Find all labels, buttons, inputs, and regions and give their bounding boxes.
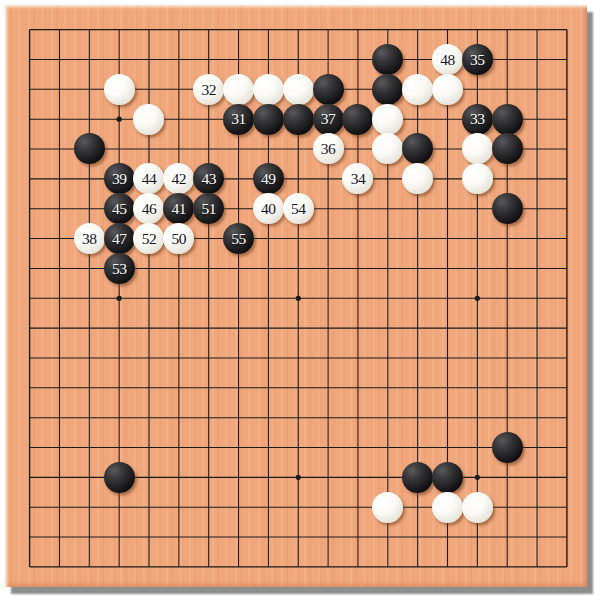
intersection[interactable]: 44 (134, 164, 164, 194)
intersection[interactable] (492, 104, 522, 134)
intersection[interactable] (492, 194, 522, 224)
intersection[interactable] (403, 373, 433, 403)
intersection[interactable] (224, 343, 254, 373)
intersection[interactable] (343, 134, 373, 164)
intersection[interactable] (313, 194, 343, 224)
intersection[interactable] (104, 45, 134, 75)
intersection[interactable] (552, 432, 582, 462)
intersection[interactable] (373, 522, 403, 552)
intersection[interactable] (343, 15, 373, 45)
intersection[interactable] (462, 15, 492, 45)
intersection[interactable] (552, 253, 582, 283)
intersection[interactable] (15, 283, 45, 313)
intersection[interactable] (134, 134, 164, 164)
intersection[interactable] (522, 313, 552, 343)
intersection[interactable] (15, 253, 45, 283)
intersection[interactable]: 40 (253, 194, 283, 224)
intersection[interactable] (15, 164, 45, 194)
intersection[interactable] (104, 373, 134, 403)
intersection[interactable] (522, 104, 552, 134)
intersection[interactable] (15, 45, 45, 75)
intersection[interactable] (462, 373, 492, 403)
intersection[interactable]: 31 (224, 104, 254, 134)
intersection[interactable] (194, 104, 224, 134)
intersection[interactable] (313, 15, 343, 45)
intersection[interactable] (373, 15, 403, 45)
intersection[interactable] (104, 313, 134, 343)
intersection[interactable] (313, 283, 343, 313)
intersection[interactable] (343, 313, 373, 343)
intersection[interactable] (194, 343, 224, 373)
intersection[interactable] (224, 164, 254, 194)
intersection[interactable] (432, 194, 462, 224)
intersection[interactable] (432, 164, 462, 194)
intersection[interactable] (283, 313, 313, 343)
intersection[interactable] (194, 253, 224, 283)
intersection[interactable] (104, 403, 134, 433)
intersection[interactable] (134, 462, 164, 492)
intersection[interactable] (313, 552, 343, 582)
intersection[interactable] (224, 403, 254, 433)
intersection[interactable] (552, 134, 582, 164)
intersection[interactable] (164, 373, 194, 403)
intersection[interactable] (224, 283, 254, 313)
intersection[interactable] (45, 343, 75, 373)
intersection[interactable] (313, 164, 343, 194)
intersection[interactable] (194, 313, 224, 343)
intersection[interactable]: 45 (104, 194, 134, 224)
intersection[interactable] (164, 104, 194, 134)
intersection[interactable] (403, 45, 433, 75)
intersection[interactable] (283, 224, 313, 254)
intersection[interactable] (253, 373, 283, 403)
intersection[interactable] (134, 552, 164, 582)
intersection[interactable] (194, 15, 224, 45)
intersection[interactable] (104, 552, 134, 582)
intersection[interactable] (74, 552, 104, 582)
intersection[interactable] (194, 373, 224, 403)
intersection[interactable] (432, 403, 462, 433)
intersection[interactable] (134, 74, 164, 104)
intersection[interactable] (552, 194, 582, 224)
intersection[interactable] (164, 253, 194, 283)
intersection[interactable] (45, 45, 75, 75)
intersection[interactable] (373, 224, 403, 254)
intersection[interactable] (462, 552, 492, 582)
intersection[interactable] (492, 343, 522, 373)
intersection[interactable] (552, 403, 582, 433)
intersection[interactable] (134, 253, 164, 283)
intersection[interactable] (253, 492, 283, 522)
intersection[interactable] (45, 552, 75, 582)
intersection[interactable] (194, 462, 224, 492)
intersection[interactable] (373, 45, 403, 75)
intersection[interactable]: 41 (164, 194, 194, 224)
intersection[interactable] (552, 15, 582, 45)
intersection[interactable] (462, 194, 492, 224)
intersection[interactable] (373, 373, 403, 403)
intersection[interactable] (373, 194, 403, 224)
intersection[interactable] (343, 432, 373, 462)
intersection[interactable] (492, 492, 522, 522)
intersection[interactable] (492, 134, 522, 164)
intersection[interactable] (552, 283, 582, 313)
intersection[interactable] (224, 432, 254, 462)
intersection[interactable] (403, 283, 433, 313)
intersection[interactable] (313, 45, 343, 75)
intersection[interactable] (492, 164, 522, 194)
intersection[interactable] (462, 283, 492, 313)
intersection[interactable] (45, 432, 75, 462)
intersection[interactable] (74, 313, 104, 343)
intersection[interactable]: 33 (462, 104, 492, 134)
intersection[interactable] (313, 74, 343, 104)
intersection[interactable] (522, 492, 552, 522)
intersection[interactable] (313, 253, 343, 283)
intersection[interactable] (253, 45, 283, 75)
intersection[interactable] (462, 253, 492, 283)
intersection[interactable] (164, 313, 194, 343)
intersection[interactable] (552, 552, 582, 582)
intersection[interactable] (432, 462, 462, 492)
intersection[interactable] (164, 283, 194, 313)
intersection[interactable] (45, 104, 75, 134)
intersection[interactable] (313, 224, 343, 254)
intersection[interactable] (104, 134, 134, 164)
intersection[interactable] (522, 343, 552, 373)
intersection[interactable] (432, 104, 462, 134)
intersection[interactable] (134, 313, 164, 343)
intersection[interactable] (74, 462, 104, 492)
intersection[interactable] (403, 492, 433, 522)
intersection[interactable] (134, 45, 164, 75)
intersection[interactable] (373, 134, 403, 164)
intersection[interactable] (552, 373, 582, 403)
intersection[interactable] (432, 253, 462, 283)
intersection[interactable] (45, 253, 75, 283)
intersection[interactable] (492, 74, 522, 104)
intersection[interactable] (253, 15, 283, 45)
intersection[interactable] (74, 104, 104, 134)
intersection[interactable] (403, 462, 433, 492)
intersection[interactable] (552, 224, 582, 254)
intersection[interactable] (104, 104, 134, 134)
intersection[interactable] (343, 403, 373, 433)
intersection[interactable] (15, 403, 45, 433)
intersection[interactable] (45, 522, 75, 552)
intersection[interactable] (283, 492, 313, 522)
intersection[interactable] (104, 74, 134, 104)
intersection[interactable] (552, 492, 582, 522)
intersection[interactable] (552, 45, 582, 75)
intersection[interactable]: 54 (283, 194, 313, 224)
intersection[interactable] (283, 45, 313, 75)
intersection[interactable] (134, 432, 164, 462)
intersection[interactable] (373, 432, 403, 462)
intersection[interactable] (283, 164, 313, 194)
intersection[interactable] (224, 134, 254, 164)
intersection[interactable] (15, 104, 45, 134)
intersection[interactable] (74, 164, 104, 194)
intersection[interactable] (74, 432, 104, 462)
intersection[interactable] (45, 373, 75, 403)
intersection[interactable] (253, 522, 283, 552)
intersection[interactable] (432, 224, 462, 254)
intersection[interactable] (164, 15, 194, 45)
intersection[interactable]: 52 (134, 224, 164, 254)
intersection[interactable] (283, 522, 313, 552)
intersection[interactable] (403, 224, 433, 254)
intersection[interactable]: 38 (74, 224, 104, 254)
intersection[interactable] (552, 74, 582, 104)
intersection[interactable] (403, 164, 433, 194)
intersection[interactable] (462, 134, 492, 164)
intersection[interactable] (194, 403, 224, 433)
intersection[interactable] (194, 45, 224, 75)
intersection[interactable] (194, 224, 224, 254)
intersection[interactable] (522, 253, 552, 283)
intersection[interactable] (15, 313, 45, 343)
intersection[interactable] (224, 522, 254, 552)
intersection[interactable] (522, 522, 552, 552)
intersection[interactable] (522, 283, 552, 313)
intersection[interactable] (403, 104, 433, 134)
intersection[interactable] (74, 15, 104, 45)
intersection[interactable] (552, 104, 582, 134)
intersection[interactable] (522, 432, 552, 462)
intersection[interactable] (343, 492, 373, 522)
intersection[interactable] (462, 432, 492, 462)
intersection[interactable] (224, 373, 254, 403)
intersection[interactable] (552, 462, 582, 492)
intersection[interactable] (492, 522, 522, 552)
intersection[interactable] (164, 134, 194, 164)
intersection[interactable] (432, 432, 462, 462)
intersection[interactable] (283, 15, 313, 45)
intersection[interactable]: 43 (194, 164, 224, 194)
intersection[interactable] (224, 492, 254, 522)
intersection[interactable] (343, 45, 373, 75)
intersection[interactable] (462, 313, 492, 343)
intersection[interactable] (15, 492, 45, 522)
intersection[interactable] (462, 522, 492, 552)
intersection[interactable] (45, 164, 75, 194)
intersection[interactable] (253, 253, 283, 283)
intersection[interactable] (313, 403, 343, 433)
intersection[interactable] (432, 74, 462, 104)
intersection[interactable] (164, 522, 194, 552)
intersection[interactable] (253, 313, 283, 343)
intersection[interactable]: 42 (164, 164, 194, 194)
intersection[interactable] (432, 522, 462, 552)
intersection[interactable] (164, 403, 194, 433)
intersection[interactable] (283, 462, 313, 492)
intersection[interactable] (45, 224, 75, 254)
intersection[interactable] (462, 164, 492, 194)
intersection[interactable] (164, 343, 194, 373)
intersection[interactable] (432, 134, 462, 164)
intersection[interactable] (224, 462, 254, 492)
intersection[interactable] (74, 253, 104, 283)
intersection[interactable] (253, 343, 283, 373)
intersection[interactable] (492, 253, 522, 283)
intersection[interactable]: 53 (104, 253, 134, 283)
intersection[interactable] (343, 373, 373, 403)
intersection[interactable] (403, 134, 433, 164)
intersection[interactable] (432, 373, 462, 403)
intersection[interactable] (45, 134, 75, 164)
intersection[interactable] (74, 134, 104, 164)
intersection[interactable] (74, 74, 104, 104)
intersection[interactable] (74, 403, 104, 433)
intersection[interactable]: 36 (313, 134, 343, 164)
intersection[interactable]: 46 (134, 194, 164, 224)
intersection[interactable] (313, 343, 343, 373)
intersection[interactable] (462, 224, 492, 254)
intersection[interactable] (15, 462, 45, 492)
intersection[interactable] (104, 283, 134, 313)
intersection[interactable] (403, 194, 433, 224)
intersection[interactable] (134, 403, 164, 433)
intersection[interactable] (492, 432, 522, 462)
intersection[interactable] (432, 552, 462, 582)
intersection[interactable] (283, 373, 313, 403)
go-board[interactable]: 4835323137333639444243493445464151405438… (5, 5, 587, 587)
intersection[interactable] (194, 552, 224, 582)
intersection[interactable] (45, 194, 75, 224)
intersection[interactable] (15, 224, 45, 254)
intersection[interactable]: 37 (313, 104, 343, 134)
intersection[interactable] (15, 343, 45, 373)
intersection[interactable] (432, 313, 462, 343)
intersection[interactable] (313, 373, 343, 403)
intersection[interactable] (253, 134, 283, 164)
intersection[interactable]: 47 (104, 224, 134, 254)
intersection[interactable] (492, 373, 522, 403)
intersection[interactable] (253, 104, 283, 134)
intersection[interactable] (403, 313, 433, 343)
intersection[interactable] (403, 15, 433, 45)
intersection[interactable] (403, 432, 433, 462)
intersection[interactable] (194, 522, 224, 552)
intersection[interactable] (224, 253, 254, 283)
intersection[interactable] (522, 164, 552, 194)
intersection[interactable] (104, 15, 134, 45)
intersection[interactable] (343, 283, 373, 313)
intersection[interactable] (432, 343, 462, 373)
intersection[interactable] (45, 283, 75, 313)
intersection[interactable] (313, 462, 343, 492)
intersection[interactable] (462, 74, 492, 104)
intersection[interactable] (403, 74, 433, 104)
intersection[interactable] (462, 403, 492, 433)
intersection[interactable] (104, 343, 134, 373)
intersection[interactable] (343, 253, 373, 283)
intersection[interactable] (253, 462, 283, 492)
intersection[interactable] (283, 403, 313, 433)
intersection[interactable] (313, 522, 343, 552)
intersection[interactable] (283, 283, 313, 313)
intersection[interactable] (253, 224, 283, 254)
intersection[interactable] (15, 373, 45, 403)
intersection[interactable] (15, 522, 45, 552)
intersection[interactable] (462, 343, 492, 373)
intersection[interactable] (283, 104, 313, 134)
intersection[interactable] (343, 552, 373, 582)
intersection[interactable] (164, 45, 194, 75)
intersection[interactable] (164, 432, 194, 462)
intersection[interactable] (15, 134, 45, 164)
intersection[interactable] (403, 552, 433, 582)
intersection[interactable] (194, 492, 224, 522)
intersection[interactable] (15, 432, 45, 462)
intersection[interactable] (522, 403, 552, 433)
intersection[interactable] (373, 74, 403, 104)
intersection[interactable] (224, 313, 254, 343)
intersection[interactable] (45, 15, 75, 45)
intersection[interactable] (432, 15, 462, 45)
intersection[interactable] (253, 432, 283, 462)
intersection[interactable]: 35 (462, 45, 492, 75)
intersection[interactable] (343, 343, 373, 373)
intersection[interactable] (74, 373, 104, 403)
intersection[interactable] (134, 104, 164, 134)
intersection[interactable] (313, 492, 343, 522)
intersection[interactable] (313, 432, 343, 462)
intersection[interactable] (373, 552, 403, 582)
intersection[interactable] (522, 45, 552, 75)
intersection[interactable] (224, 194, 254, 224)
intersection[interactable] (373, 104, 403, 134)
intersection[interactable]: 34 (343, 164, 373, 194)
intersection[interactable] (224, 45, 254, 75)
intersection[interactable] (403, 522, 433, 552)
intersection[interactable] (194, 134, 224, 164)
intersection[interactable] (45, 313, 75, 343)
intersection[interactable]: 50 (164, 224, 194, 254)
intersection[interactable] (462, 462, 492, 492)
intersection[interactable] (283, 253, 313, 283)
intersection[interactable] (134, 343, 164, 373)
intersection[interactable] (134, 15, 164, 45)
intersection[interactable]: 55 (224, 224, 254, 254)
intersection[interactable] (134, 373, 164, 403)
intersection[interactable] (283, 552, 313, 582)
intersection[interactable] (45, 462, 75, 492)
intersection[interactable]: 39 (104, 164, 134, 194)
intersection[interactable] (15, 74, 45, 104)
intersection[interactable] (104, 462, 134, 492)
intersection[interactable] (45, 403, 75, 433)
intersection[interactable] (253, 552, 283, 582)
intersection[interactable] (74, 492, 104, 522)
intersection[interactable] (522, 134, 552, 164)
intersection[interactable] (15, 194, 45, 224)
intersection[interactable] (343, 462, 373, 492)
intersection[interactable] (492, 552, 522, 582)
intersection[interactable] (164, 552, 194, 582)
intersection[interactable] (492, 313, 522, 343)
intersection[interactable] (164, 492, 194, 522)
intersection[interactable] (373, 462, 403, 492)
intersection[interactable] (343, 194, 373, 224)
intersection[interactable] (343, 74, 373, 104)
intersection[interactable] (373, 283, 403, 313)
intersection[interactable] (74, 283, 104, 313)
intersection[interactable] (492, 15, 522, 45)
intersection[interactable] (552, 343, 582, 373)
intersection[interactable]: 51 (194, 194, 224, 224)
